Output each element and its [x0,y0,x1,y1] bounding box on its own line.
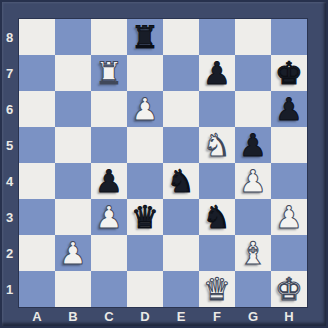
square-a5[interactable] [19,127,55,163]
square-g8[interactable] [235,19,271,55]
piece-white-pawn-d6[interactable]: ♟ [131,94,159,125]
square-d2[interactable] [127,235,163,271]
square-f3[interactable]: ♞ [199,199,235,235]
square-a3[interactable] [19,199,55,235]
square-f2[interactable] [199,235,235,271]
square-g6[interactable] [235,91,271,127]
square-d3[interactable]: ♛ [127,199,163,235]
square-c5[interactable] [91,127,127,163]
file-label-c: C [91,306,127,326]
piece-white-rook-c7[interactable]: ♜ [95,58,123,89]
square-b2[interactable]: ♟ [55,235,91,271]
square-h6[interactable]: ♟ [271,91,307,127]
square-c2[interactable] [91,235,127,271]
square-c1[interactable] [91,271,127,307]
square-c7[interactable]: ♜ [91,55,127,91]
square-d6[interactable]: ♟ [127,91,163,127]
piece-black-knight-e4[interactable]: ♞ [167,166,195,197]
square-h5[interactable] [271,127,307,163]
square-g3[interactable] [235,199,271,235]
square-b8[interactable] [55,19,91,55]
square-f1[interactable]: ♛ [199,271,235,307]
piece-white-bishop-g2[interactable]: ♝ [239,238,267,269]
square-f4[interactable] [199,163,235,199]
file-label-a: A [19,306,55,326]
square-g4[interactable]: ♟ [235,163,271,199]
file-labels: ABCDEFGH [19,306,307,326]
file-label-d: D [127,306,163,326]
chess-board[interactable]: ♜♜♟♚♟♟♞♟♟♞♟♟♛♞♟♟♝♛♚ [19,19,307,307]
square-a4[interactable] [19,163,55,199]
piece-black-pawn-h6[interactable]: ♟ [275,94,303,125]
square-c8[interactable] [91,19,127,55]
piece-black-pawn-g5[interactable]: ♟ [239,130,267,161]
square-g7[interactable] [235,55,271,91]
square-a1[interactable] [19,271,55,307]
square-b1[interactable] [55,271,91,307]
piece-white-pawn-g4[interactable]: ♟ [239,166,267,197]
square-e6[interactable] [163,91,199,127]
square-h7[interactable]: ♚ [271,55,307,91]
square-c4[interactable]: ♟ [91,163,127,199]
square-d5[interactable] [127,127,163,163]
square-e7[interactable] [163,55,199,91]
file-label-h: H [271,306,307,326]
square-e1[interactable] [163,271,199,307]
square-c3[interactable]: ♟ [91,199,127,235]
piece-black-pawn-f7[interactable]: ♟ [203,58,231,89]
square-h4[interactable] [271,163,307,199]
piece-white-pawn-b2[interactable]: ♟ [59,238,87,269]
square-a6[interactable] [19,91,55,127]
file-label-b: B [55,306,91,326]
piece-white-queen-f1[interactable]: ♛ [203,274,231,305]
square-e2[interactable] [163,235,199,271]
square-b5[interactable] [55,127,91,163]
file-label-g: G [235,306,271,326]
rank-label-8: 8 [0,19,19,55]
square-b3[interactable] [55,199,91,235]
square-d8[interactable]: ♜ [127,19,163,55]
square-g2[interactable]: ♝ [235,235,271,271]
square-b6[interactable] [55,91,91,127]
piece-black-rook-d8[interactable]: ♜ [131,22,159,53]
rank-label-5: 5 [0,127,19,163]
square-d1[interactable] [127,271,163,307]
square-a7[interactable] [19,55,55,91]
piece-black-pawn-c4[interactable]: ♟ [95,166,123,197]
square-f8[interactable] [199,19,235,55]
square-g5[interactable]: ♟ [235,127,271,163]
rank-label-2: 2 [0,235,19,271]
square-a2[interactable] [19,235,55,271]
piece-white-knight-f5[interactable]: ♞ [203,130,231,161]
square-e5[interactable] [163,127,199,163]
piece-white-king-h1[interactable]: ♚ [275,274,303,305]
square-e3[interactable] [163,199,199,235]
square-h2[interactable] [271,235,307,271]
square-f7[interactable]: ♟ [199,55,235,91]
square-g1[interactable] [235,271,271,307]
square-b7[interactable] [55,55,91,91]
piece-black-king-h7[interactable]: ♚ [275,58,303,89]
file-label-f: F [199,306,235,326]
square-e4[interactable]: ♞ [163,163,199,199]
chess-board-frame: 87654321 ♜♜♟♚♟♟♞♟♟♞♟♟♛♞♟♟♝♛♚ ABCDEFGH [0,0,328,328]
square-h1[interactable]: ♚ [271,271,307,307]
square-f6[interactable] [199,91,235,127]
rank-label-4: 4 [0,163,19,199]
square-d4[interactable] [127,163,163,199]
piece-black-queen-d3[interactable]: ♛ [131,202,159,233]
piece-white-pawn-h3[interactable]: ♟ [275,202,303,233]
square-a8[interactable] [19,19,55,55]
rank-label-1: 1 [0,271,19,307]
rank-label-3: 3 [0,199,19,235]
file-label-e: E [163,306,199,326]
rank-label-6: 6 [0,91,19,127]
square-d7[interactable] [127,55,163,91]
rank-label-7: 7 [0,55,19,91]
square-h8[interactable] [271,19,307,55]
square-b4[interactable] [55,163,91,199]
square-e8[interactable] [163,19,199,55]
square-f5[interactable]: ♞ [199,127,235,163]
piece-white-pawn-c3[interactable]: ♟ [95,202,123,233]
piece-black-knight-f3[interactable]: ♞ [203,202,231,233]
rank-labels: 87654321 [0,19,19,307]
square-h3[interactable]: ♟ [271,199,307,235]
square-c6[interactable] [91,91,127,127]
